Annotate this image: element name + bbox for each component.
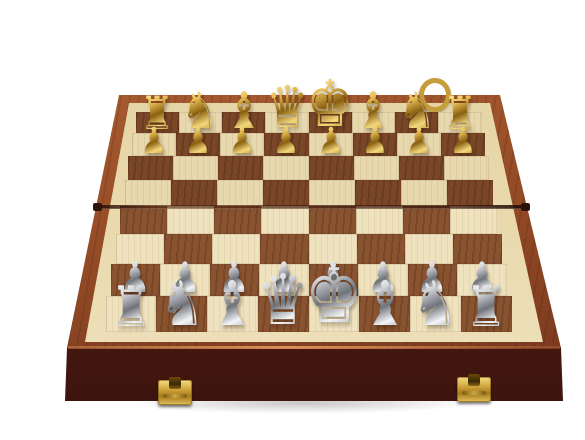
square-a3[interactable]	[116, 234, 164, 264]
board-rank-6	[128, 156, 489, 180]
square-f3[interactable]	[357, 234, 405, 264]
silver-pawn: ♟	[466, 257, 497, 299]
square-b1[interactable]: ♞	[156, 296, 207, 332]
square-g3[interactable]	[405, 234, 453, 264]
square-h7[interactable]: ♟	[441, 133, 485, 156]
square-f8[interactable]: ♝	[352, 112, 395, 133]
chess-box-photo: ♜♞♝♛♚♝♞♜♟♟♟♟♟♟♟♟♟♟♟♟♟♟♟♟♜♞♝♛♚♝♞♜	[0, 0, 585, 440]
square-g7[interactable]: ♟	[397, 133, 441, 156]
board-rank-3	[116, 234, 502, 264]
silver-pawn: ♟	[169, 257, 200, 299]
square-a1[interactable]: ♜	[106, 296, 157, 332]
square-c1[interactable]: ♝	[207, 296, 258, 332]
square-b7[interactable]: ♟	[176, 133, 220, 156]
fold-seam	[96, 205, 527, 209]
square-a2[interactable]: ♟	[111, 264, 161, 296]
square-b6[interactable]	[173, 156, 218, 180]
square-a6[interactable]	[128, 156, 173, 180]
square-h2[interactable]: ♟	[457, 264, 507, 296]
board-squares: ♜♞♝♛♚♝♞♜♟♟♟♟♟♟♟♟♟♟♟♟♟♟♟♟♜♞♝♛♚♝♞♜	[16, 112, 585, 332]
square-e5[interactable]	[309, 180, 355, 206]
square-d8[interactable]: ♛	[265, 112, 308, 133]
square-e3[interactable]	[309, 234, 357, 264]
square-b3[interactable]	[164, 234, 212, 264]
square-e4[interactable]	[309, 206, 356, 234]
square-d7[interactable]: ♟	[264, 133, 308, 156]
square-f5[interactable]	[355, 180, 401, 206]
square-b5[interactable]	[171, 180, 217, 206]
square-g5[interactable]	[401, 180, 447, 206]
square-e8[interactable]: ♚	[309, 112, 352, 133]
square-c2[interactable]: ♟	[210, 264, 260, 296]
board-rank-1: ♜♞♝♛♚♝♞♜	[106, 296, 512, 332]
square-h4[interactable]	[450, 206, 497, 234]
hinge-right	[521, 203, 530, 211]
square-f4[interactable]	[356, 206, 403, 234]
square-b8[interactable]: ♞	[179, 112, 222, 133]
board-rank-2: ♟♟♟♟♟♟♟♟	[111, 264, 507, 296]
square-f2[interactable]: ♟	[358, 264, 408, 296]
square-d3[interactable]	[260, 234, 308, 264]
square-c5[interactable]	[217, 180, 263, 206]
silver-pawn: ♟	[417, 257, 448, 299]
hinge-left	[93, 203, 102, 211]
square-g4[interactable]	[403, 206, 450, 234]
square-f1[interactable]: ♝	[359, 296, 410, 332]
square-b2[interactable]: ♟	[160, 264, 210, 296]
square-h3[interactable]	[453, 234, 501, 264]
square-g8[interactable]: ♞	[395, 112, 438, 133]
square-d6[interactable]	[263, 156, 308, 180]
square-d5[interactable]	[263, 180, 309, 206]
square-h1[interactable]: ♜	[461, 296, 512, 332]
square-a7[interactable]: ♟	[132, 133, 176, 156]
square-c3[interactable]	[212, 234, 260, 264]
square-e7[interactable]: ♟	[309, 133, 353, 156]
square-e6[interactable]	[309, 156, 354, 180]
silver-pawn: ♟	[367, 257, 398, 299]
silver-pawn: ♟	[318, 257, 349, 299]
square-h8[interactable]: ♜	[438, 112, 481, 133]
square-c8[interactable]: ♝	[222, 112, 265, 133]
square-a5[interactable]	[125, 180, 171, 206]
front-edge-highlight	[68, 346, 560, 349]
board-rank-7: ♟♟♟♟♟♟♟♟	[132, 133, 485, 156]
brass-clasp-left	[158, 380, 192, 405]
brass-ring-handle	[419, 78, 451, 112]
square-a8[interactable]: ♜	[136, 112, 179, 133]
brass-clasp-right	[457, 377, 491, 402]
board-rank-8: ♜♞♝♛♚♝♞♜	[136, 112, 482, 133]
square-d4[interactable]	[261, 206, 308, 234]
square-g6[interactable]	[399, 156, 444, 180]
square-d1[interactable]: ♛	[258, 296, 309, 332]
square-g2[interactable]: ♟	[408, 264, 458, 296]
square-c7[interactable]: ♟	[220, 133, 264, 156]
square-h5[interactable]	[447, 180, 493, 206]
board-rank-4	[120, 206, 497, 234]
square-g1[interactable]: ♞	[410, 296, 461, 332]
silver-pawn: ♟	[120, 257, 151, 299]
square-c6[interactable]	[218, 156, 263, 180]
silver-pawn: ♟	[219, 257, 250, 299]
square-e1[interactable]: ♚	[309, 296, 360, 332]
square-e2[interactable]: ♟	[309, 264, 359, 296]
square-f7[interactable]: ♟	[353, 133, 397, 156]
square-f6[interactable]	[354, 156, 399, 180]
square-a4[interactable]	[120, 206, 167, 234]
square-b4[interactable]	[167, 206, 214, 234]
silver-pawn: ♟	[268, 257, 299, 299]
square-d2[interactable]: ♟	[259, 264, 309, 296]
board-rank-5	[125, 180, 493, 206]
square-h6[interactable]	[444, 156, 489, 180]
square-c4[interactable]	[214, 206, 261, 234]
